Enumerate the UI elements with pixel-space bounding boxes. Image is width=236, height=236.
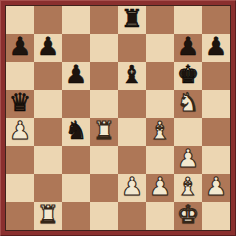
square-d7[interactable] (90, 34, 118, 62)
square-a1[interactable] (6, 202, 34, 230)
white-rook-d4[interactable]: ♜ (93, 118, 115, 145)
square-a4[interactable]: ♟ (6, 118, 34, 146)
square-c7[interactable] (62, 34, 90, 62)
black-rook-e8[interactable]: ♜ (121, 6, 143, 33)
black-queen-a5[interactable]: ♛ (9, 90, 31, 117)
square-g4[interactable] (174, 118, 202, 146)
square-f4[interactable]: ♝ (146, 118, 174, 146)
square-h3[interactable] (202, 146, 230, 174)
square-f2[interactable]: ♟ (146, 174, 174, 202)
square-f8[interactable] (146, 6, 174, 34)
black-pawn-a7[interactable]: ♟ (9, 34, 31, 61)
black-bishop-e6[interactable]: ♝ (121, 62, 143, 89)
square-c2[interactable] (62, 174, 90, 202)
square-b6[interactable] (34, 62, 62, 90)
square-d2[interactable] (90, 174, 118, 202)
white-pawn-a4[interactable]: ♟ (9, 118, 31, 145)
square-c6[interactable]: ♟ (62, 62, 90, 90)
square-e7[interactable] (118, 34, 146, 62)
white-pawn-g3[interactable]: ♟ (177, 146, 199, 173)
square-b7[interactable]: ♟ (34, 34, 62, 62)
square-g2[interactable]: ♝ (174, 174, 202, 202)
square-h4[interactable] (202, 118, 230, 146)
square-b5[interactable] (34, 90, 62, 118)
square-b8[interactable] (34, 6, 62, 34)
square-h7[interactable]: ♟ (202, 34, 230, 62)
square-c4[interactable]: ♞ (62, 118, 90, 146)
square-h1[interactable] (202, 202, 230, 230)
square-g5[interactable]: ♞ (174, 90, 202, 118)
square-d1[interactable] (90, 202, 118, 230)
black-knight-c4[interactable]: ♞ (65, 118, 87, 145)
square-g7[interactable]: ♟ (174, 34, 202, 62)
square-e8[interactable]: ♜ (118, 6, 146, 34)
square-g3[interactable]: ♟ (174, 146, 202, 174)
black-pawn-g7[interactable]: ♟ (177, 34, 199, 61)
white-bishop-g2[interactable]: ♝ (177, 174, 199, 201)
square-f3[interactable] (146, 146, 174, 174)
square-g6[interactable]: ♚ (174, 62, 202, 90)
square-a3[interactable] (6, 146, 34, 174)
square-e4[interactable] (118, 118, 146, 146)
black-pawn-b7[interactable]: ♟ (37, 34, 59, 61)
square-e6[interactable]: ♝ (118, 62, 146, 90)
square-e2[interactable]: ♟ (118, 174, 146, 202)
square-e1[interactable] (118, 202, 146, 230)
square-a6[interactable] (6, 62, 34, 90)
square-h2[interactable]: ♟ (202, 174, 230, 202)
square-a5[interactable]: ♛ (6, 90, 34, 118)
square-f6[interactable] (146, 62, 174, 90)
square-a2[interactable] (6, 174, 34, 202)
square-c5[interactable] (62, 90, 90, 118)
square-e5[interactable] (118, 90, 146, 118)
square-h8[interactable] (202, 6, 230, 34)
black-pawn-h7[interactable]: ♟ (205, 34, 227, 61)
square-b4[interactable] (34, 118, 62, 146)
square-d8[interactable] (90, 6, 118, 34)
white-bishop-f4[interactable]: ♝ (149, 118, 171, 145)
white-pawn-e2[interactable]: ♟ (121, 174, 143, 201)
square-a8[interactable] (6, 6, 34, 34)
square-g1[interactable]: ♚ (174, 202, 202, 230)
square-a7[interactable]: ♟ (6, 34, 34, 62)
square-g8[interactable] (174, 6, 202, 34)
board-frame: ♜♟♟♟♟♟♝♚♛♞♟♞♜♝♟♟♟♝♟♜♚ (0, 0, 236, 236)
square-b2[interactable] (34, 174, 62, 202)
square-d4[interactable]: ♜ (90, 118, 118, 146)
white-pawn-h2[interactable]: ♟ (205, 174, 227, 201)
black-king-g6[interactable]: ♚ (177, 62, 199, 89)
white-pawn-f2[interactable]: ♟ (149, 174, 171, 201)
square-c1[interactable] (62, 202, 90, 230)
square-d5[interactable] (90, 90, 118, 118)
white-king-g1[interactable]: ♚ (177, 202, 199, 229)
square-h6[interactable] (202, 62, 230, 90)
white-rook-b1[interactable]: ♜ (37, 202, 59, 229)
white-knight-g5[interactable]: ♞ (177, 90, 199, 117)
square-h5[interactable] (202, 90, 230, 118)
square-f5[interactable] (146, 90, 174, 118)
square-b1[interactable]: ♜ (34, 202, 62, 230)
square-d6[interactable] (90, 62, 118, 90)
black-pawn-c6[interactable]: ♟ (65, 62, 87, 89)
square-e3[interactable] (118, 146, 146, 174)
square-f1[interactable] (146, 202, 174, 230)
square-f7[interactable] (146, 34, 174, 62)
square-c3[interactable] (62, 146, 90, 174)
square-b3[interactable] (34, 146, 62, 174)
square-d3[interactable] (90, 146, 118, 174)
chess-board: ♜♟♟♟♟♟♝♚♛♞♟♞♜♝♟♟♟♝♟♜♚ (6, 6, 230, 230)
square-c8[interactable] (62, 6, 90, 34)
